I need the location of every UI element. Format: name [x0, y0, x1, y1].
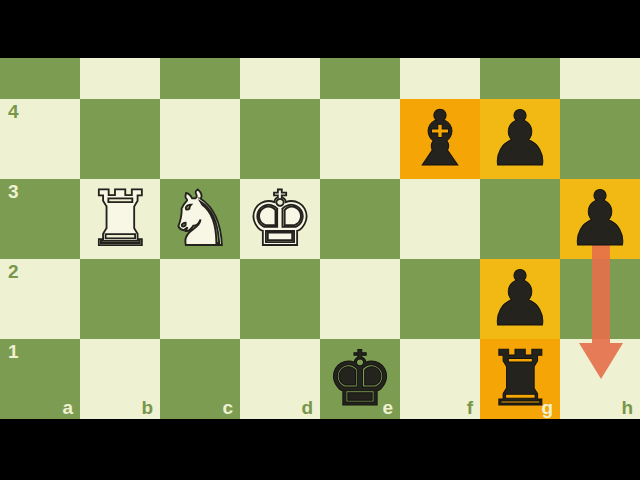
square-a4[interactable]: 4: [0, 99, 80, 179]
square-b2[interactable]: [80, 259, 160, 339]
rank-label-4: 4: [8, 101, 19, 122]
file-label-d: d: [301, 397, 313, 418]
file-label-c: c: [222, 397, 233, 418]
square-c2[interactable]: [160, 259, 240, 339]
piece-black-rook-g1[interactable]: ♜: [480, 339, 560, 419]
piece-black-pawn-h3[interactable]: ♟: [560, 179, 640, 259]
square-g2[interactable]: ♟: [480, 259, 560, 339]
square-g5[interactable]: [480, 58, 560, 99]
piece-black-king-e1[interactable]: ♚: [320, 339, 400, 419]
piece-white-knight-c3[interactable]: ♞: [160, 179, 240, 259]
square-a1[interactable]: 1a: [0, 339, 80, 419]
square-b1[interactable]: b: [80, 339, 160, 419]
square-c1[interactable]: c: [160, 339, 240, 419]
square-h3[interactable]: ♟: [560, 179, 640, 259]
square-e1[interactable]: e♚: [320, 339, 400, 419]
square-e2[interactable]: [320, 259, 400, 339]
rank-label-2: 2: [8, 261, 19, 282]
square-h5[interactable]: [560, 58, 640, 99]
square-d5[interactable]: [240, 58, 320, 99]
square-f5[interactable]: [400, 58, 480, 99]
square-a5[interactable]: [0, 58, 80, 99]
video-frame: 4♝♟3♜♞♚♟2♟1abcde♚fg♜h: [0, 0, 640, 480]
square-b3[interactable]: ♜: [80, 179, 160, 259]
piece-black-pawn-g4[interactable]: ♟: [480, 99, 560, 179]
square-f1[interactable]: f: [400, 339, 480, 419]
file-label-a: a: [62, 397, 73, 418]
square-d4[interactable]: [240, 99, 320, 179]
square-d2[interactable]: [240, 259, 320, 339]
rank-label-3: 3: [8, 181, 19, 202]
file-label-f: f: [467, 397, 473, 418]
square-d3[interactable]: ♚: [240, 179, 320, 259]
square-e3[interactable]: [320, 179, 400, 259]
square-d1[interactable]: d: [240, 339, 320, 419]
square-g3[interactable]: [480, 179, 560, 259]
piece-white-king-d3[interactable]: ♚: [240, 179, 320, 259]
piece-black-pawn-g2[interactable]: ♟: [480, 259, 560, 339]
square-f2[interactable]: [400, 259, 480, 339]
chess-board[interactable]: 4♝♟3♜♞♚♟2♟1abcde♚fg♜h: [0, 58, 640, 419]
letterbox-top: [0, 0, 640, 58]
square-f3[interactable]: [400, 179, 480, 259]
square-c4[interactable]: [160, 99, 240, 179]
file-label-h: h: [621, 397, 633, 418]
square-b4[interactable]: [80, 99, 160, 179]
square-g4[interactable]: ♟: [480, 99, 560, 179]
rank-label-1: 1: [8, 341, 19, 362]
file-label-b: b: [141, 397, 153, 418]
square-g1[interactable]: g♜: [480, 339, 560, 419]
piece-white-rook-b3[interactable]: ♜: [80, 179, 160, 259]
letterbox-bottom: [0, 419, 640, 480]
square-c3[interactable]: ♞: [160, 179, 240, 259]
square-e4[interactable]: [320, 99, 400, 179]
square-f4[interactable]: ♝: [400, 99, 480, 179]
square-b5[interactable]: [80, 58, 160, 99]
piece-black-bishop-f4[interactable]: ♝: [400, 99, 480, 179]
square-a3[interactable]: 3: [0, 179, 80, 259]
square-c5[interactable]: [160, 58, 240, 99]
square-a2[interactable]: 2: [0, 259, 80, 339]
square-e5[interactable]: [320, 58, 400, 99]
move-arrow-head: [579, 343, 623, 379]
square-h4[interactable]: [560, 99, 640, 179]
